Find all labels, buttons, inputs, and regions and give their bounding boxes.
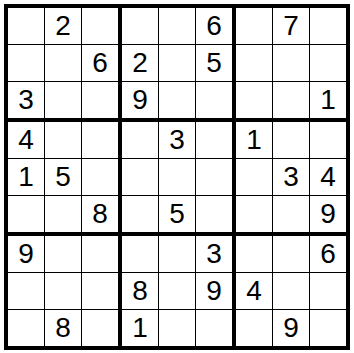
cell-r6c2[interactable] — [45, 196, 81, 232]
cell-r7c4[interactable] — [122, 236, 158, 272]
cell-r8c3[interactable] — [82, 273, 118, 309]
cell-r9c3[interactable] — [82, 310, 118, 346]
cell-r3c6[interactable] — [196, 82, 232, 118]
cell-r6c6[interactable] — [196, 196, 232, 232]
cell-r9c7[interactable] — [236, 310, 272, 346]
cell-r4c4[interactable] — [122, 122, 158, 158]
cell-r6c3[interactable]: 8 — [82, 196, 118, 232]
sudoku-board-container: 2676253914311534859936894819 — [4, 4, 350, 350]
cell-r1c9[interactable] — [310, 8, 346, 44]
cell-r7c9[interactable]: 6 — [310, 236, 346, 272]
cell-r3c8[interactable] — [273, 82, 309, 118]
cell-r4c9[interactable] — [310, 122, 346, 158]
cell-r2c7[interactable] — [236, 45, 272, 81]
cell-r8c9[interactable] — [310, 273, 346, 309]
cell-r1c3[interactable] — [82, 8, 118, 44]
cell-r4c1[interactable]: 4 — [8, 122, 44, 158]
cell-r6c1[interactable] — [8, 196, 44, 232]
cell-r4c7[interactable]: 1 — [236, 122, 272, 158]
cell-r1c1[interactable] — [8, 8, 44, 44]
cell-r7c3[interactable] — [82, 236, 118, 272]
cell-r6c8[interactable] — [273, 196, 309, 232]
cell-r8c6[interactable]: 9 — [196, 273, 232, 309]
cell-r8c1[interactable] — [8, 273, 44, 309]
cell-r5c3[interactable] — [82, 159, 118, 195]
cell-r3c9[interactable]: 1 — [310, 82, 346, 118]
cell-r5c4[interactable] — [122, 159, 158, 195]
cell-r7c6[interactable]: 3 — [196, 236, 232, 272]
cell-r4c2[interactable] — [45, 122, 81, 158]
cell-r8c2[interactable] — [45, 273, 81, 309]
cell-r9c1[interactable] — [8, 310, 44, 346]
cell-r3c5[interactable] — [159, 82, 195, 118]
cell-r6c4[interactable] — [122, 196, 158, 232]
cell-r5c1[interactable]: 1 — [8, 159, 44, 195]
cell-r1c8[interactable]: 7 — [273, 8, 309, 44]
cell-r5c2[interactable]: 5 — [45, 159, 81, 195]
cell-r2c6[interactable]: 5 — [196, 45, 232, 81]
cell-r8c5[interactable] — [159, 273, 195, 309]
cell-r6c7[interactable] — [236, 196, 272, 232]
cell-r3c4[interactable]: 9 — [122, 82, 158, 118]
cell-r9c5[interactable] — [159, 310, 195, 346]
cell-r1c7[interactable] — [236, 8, 272, 44]
cell-r1c2[interactable]: 2 — [45, 8, 81, 44]
cell-r9c9[interactable] — [310, 310, 346, 346]
cell-r7c5[interactable] — [159, 236, 195, 272]
cell-r3c1[interactable]: 3 — [8, 82, 44, 118]
cell-r2c2[interactable] — [45, 45, 81, 81]
cell-r2c9[interactable] — [310, 45, 346, 81]
cell-r1c5[interactable] — [159, 8, 195, 44]
cell-r6c5[interactable]: 5 — [159, 196, 195, 232]
cell-r9c4[interactable]: 1 — [122, 310, 158, 346]
cell-r2c4[interactable]: 2 — [122, 45, 158, 81]
cell-r7c2[interactable] — [45, 236, 81, 272]
cell-r8c8[interactable] — [273, 273, 309, 309]
cell-r2c1[interactable] — [8, 45, 44, 81]
cell-r3c7[interactable] — [236, 82, 272, 118]
cell-r3c2[interactable] — [45, 82, 81, 118]
cell-r2c3[interactable]: 6 — [82, 45, 118, 81]
cell-r9c8[interactable]: 9 — [273, 310, 309, 346]
cell-r5c9[interactable]: 4 — [310, 159, 346, 195]
cell-r9c2[interactable]: 8 — [45, 310, 81, 346]
cell-r1c4[interactable] — [122, 8, 158, 44]
cell-r4c6[interactable] — [196, 122, 232, 158]
cell-r3c3[interactable] — [82, 82, 118, 118]
cell-r7c8[interactable] — [273, 236, 309, 272]
cell-r2c5[interactable] — [159, 45, 195, 81]
cell-r2c8[interactable] — [273, 45, 309, 81]
cell-r4c8[interactable] — [273, 122, 309, 158]
cell-r8c7[interactable]: 4 — [236, 273, 272, 309]
cell-r7c1[interactable]: 9 — [8, 236, 44, 272]
cell-r6c9[interactable]: 9 — [310, 196, 346, 232]
cell-r5c7[interactable] — [236, 159, 272, 195]
cell-r7c7[interactable] — [236, 236, 272, 272]
cell-r9c6[interactable] — [196, 310, 232, 346]
cell-r5c5[interactable] — [159, 159, 195, 195]
cell-r8c4[interactable]: 8 — [122, 273, 158, 309]
cell-r5c8[interactable]: 3 — [273, 159, 309, 195]
cell-r1c6[interactable]: 6 — [196, 8, 232, 44]
cell-r5c6[interactable] — [196, 159, 232, 195]
sudoku-board: 2676253914311534859936894819 — [4, 4, 350, 350]
cell-r4c3[interactable] — [82, 122, 118, 158]
cell-r4c5[interactable]: 3 — [159, 122, 195, 158]
